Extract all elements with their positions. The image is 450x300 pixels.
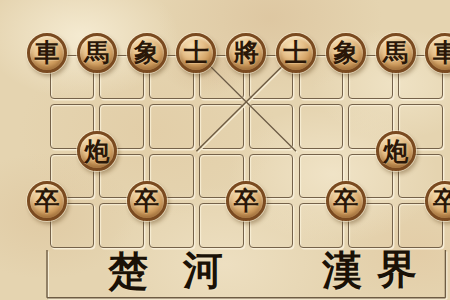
piece-glyph: 馬 (383, 40, 408, 65)
piece-卒[interactable]: 卒 (27, 181, 67, 221)
piece-glyph: 炮 (383, 139, 408, 164)
piece-glyph: 馬 (84, 40, 109, 65)
piece-glyph: 車 (35, 40, 60, 65)
river-label-han: 漢 (322, 251, 362, 291)
piece-glyph: 士 (284, 40, 309, 65)
piece-glyph: 炮 (84, 139, 109, 164)
piece-glyph: 車 (433, 40, 450, 65)
piece-士[interactable]: 士 (176, 33, 216, 73)
piece-glyph: 象 (134, 40, 159, 65)
piece-馬[interactable]: 馬 (77, 33, 117, 73)
river-label-chu: 楚 (108, 252, 148, 292)
piece-glyph: 將 (234, 40, 259, 65)
piece-將[interactable]: 將 (226, 33, 266, 73)
piece-車[interactable]: 車 (27, 33, 67, 73)
piece-glyph: 卒 (134, 188, 159, 213)
piece-glyph: 卒 (333, 188, 358, 213)
piece-象[interactable]: 象 (127, 33, 167, 73)
piece-卒[interactable]: 卒 (127, 181, 167, 221)
piece-卒[interactable]: 卒 (326, 181, 366, 221)
piece-glyph: 卒 (35, 188, 60, 213)
piece-炮[interactable]: 炮 (376, 131, 416, 171)
piece-象[interactable]: 象 (326, 33, 366, 73)
piece-士[interactable]: 士 (276, 33, 316, 73)
piece-glyph: 象 (333, 40, 358, 65)
river-label-he: 河 (183, 251, 223, 291)
piece-馬[interactable]: 馬 (376, 33, 416, 73)
river-label-jie: 界 (377, 250, 417, 290)
piece-炮[interactable]: 炮 (77, 131, 117, 171)
piece-glyph: 卒 (234, 188, 259, 213)
xiangqi-board: 車馬象士將士象馬車炮炮卒卒卒卒卒 楚 河 漢 界 (0, 0, 450, 300)
piece-glyph: 卒 (433, 188, 450, 213)
piece-glyph: 士 (184, 40, 209, 65)
piece-卒[interactable]: 卒 (226, 181, 266, 221)
